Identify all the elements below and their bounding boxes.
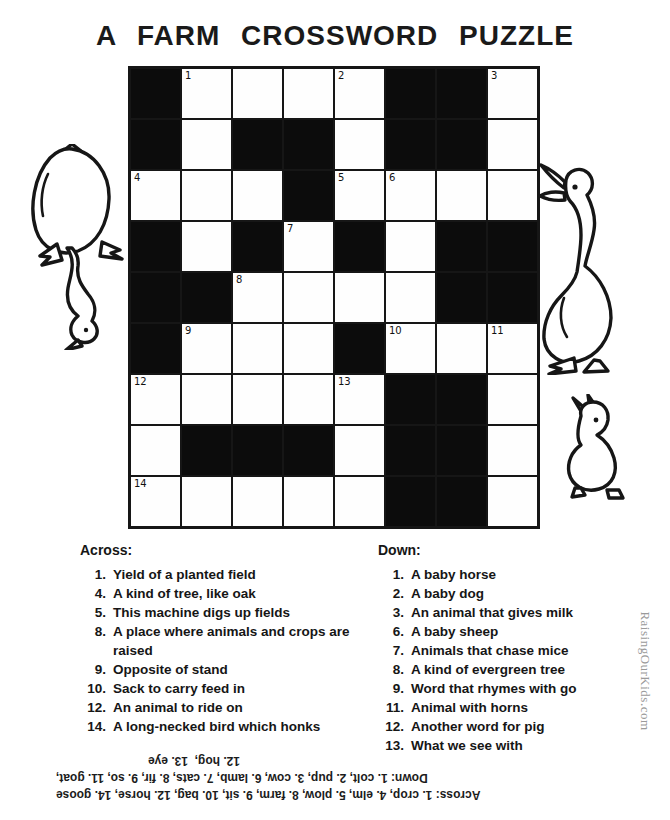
down-clue-item: 3.An animal that gives milk bbox=[378, 603, 666, 622]
block-cell bbox=[437, 273, 486, 322]
grid-cell[interactable] bbox=[182, 171, 231, 220]
clue-item-text: A kind of evergreen tree bbox=[411, 660, 565, 679]
clue-item-number: 6. bbox=[378, 622, 404, 641]
block-cell bbox=[233, 222, 282, 271]
clue-item-number: 8. bbox=[378, 660, 404, 679]
block-cell bbox=[437, 426, 486, 475]
grid-cell[interactable] bbox=[437, 324, 486, 373]
grid-cell[interactable]: 13 bbox=[335, 375, 384, 424]
grid-cell[interactable]: 10 bbox=[386, 324, 435, 373]
grid-cell[interactable] bbox=[182, 477, 231, 526]
clue-number: 12 bbox=[134, 376, 147, 388]
grid-cell[interactable] bbox=[233, 375, 282, 424]
grid-cell[interactable]: 3 bbox=[488, 69, 537, 118]
clue-number: 13 bbox=[338, 376, 351, 388]
clue-item-text: Animal with horns bbox=[411, 698, 528, 717]
grid-cell[interactable] bbox=[386, 273, 435, 322]
goose-honking-illustration bbox=[536, 160, 666, 375]
grid-cell[interactable] bbox=[284, 273, 333, 322]
clue-item-text: A kind of tree, like oak bbox=[113, 584, 256, 603]
clue-number: 8 bbox=[236, 274, 242, 286]
down-clue-item: 2.A baby dog bbox=[378, 584, 666, 603]
block-cell bbox=[437, 375, 486, 424]
clue-number: 5 bbox=[338, 172, 344, 184]
clue-item-text: A long-necked bird which honks bbox=[113, 717, 320, 736]
across-heading: Across: bbox=[80, 542, 380, 558]
clue-item-text: This machine digs up fields bbox=[113, 603, 290, 622]
clue-item-number: 10. bbox=[80, 679, 106, 698]
grid-cell[interactable] bbox=[284, 69, 333, 118]
across-clue-item: 1.Yield of a planted field bbox=[80, 565, 380, 584]
grid-cell[interactable] bbox=[233, 171, 282, 220]
across-clue-item: 5.This machine digs up fields bbox=[80, 603, 380, 622]
clue-item-number: 5. bbox=[80, 603, 106, 622]
clue-item-number: 14. bbox=[80, 717, 106, 736]
clue-item-text: Opposite of stand bbox=[113, 660, 228, 679]
answer-key-across-line: Across: 1. crop, 4. elm, 5. plow, 8. far… bbox=[56, 786, 612, 803]
grid-cell[interactable] bbox=[233, 324, 282, 373]
block-cell bbox=[386, 375, 435, 424]
grid-cell[interactable] bbox=[284, 324, 333, 373]
clue-item-number: 7. bbox=[378, 641, 404, 660]
down-clue-item: 9.Word that rhymes with go bbox=[378, 679, 666, 698]
clue-item-number: 11. bbox=[378, 698, 404, 717]
clue-number: 7 bbox=[287, 223, 293, 235]
block-cell bbox=[284, 120, 333, 169]
answer-key-down-line: Down: 1. colt, 2. pup, 3. cow, 6. lamb, … bbox=[56, 769, 612, 786]
grid-cell[interactable] bbox=[335, 477, 384, 526]
grid-cell[interactable] bbox=[233, 477, 282, 526]
grid-cell[interactable]: 14 bbox=[131, 477, 180, 526]
clue-number: 14 bbox=[134, 478, 147, 490]
clue-item-number: 9. bbox=[378, 679, 404, 698]
clue-item-number: 12. bbox=[378, 717, 404, 736]
clue-item-number: 3. bbox=[378, 603, 404, 622]
grid-cell[interactable]: 5 bbox=[335, 171, 384, 220]
crossword-grid: 1234567891011121314 bbox=[128, 66, 540, 529]
down-clue-item: 6.A baby sheep bbox=[378, 622, 666, 641]
grid-cell[interactable] bbox=[437, 171, 486, 220]
grid-cell[interactable] bbox=[488, 477, 537, 526]
down-clue-item: 7.Animals that chase mice bbox=[378, 641, 666, 660]
block-cell bbox=[233, 426, 282, 475]
across-clue-item: 8.A place where animals and crops are ra… bbox=[80, 622, 380, 660]
clue-number: 9 bbox=[185, 325, 191, 337]
block-cell bbox=[335, 324, 384, 373]
grid-cell[interactable] bbox=[233, 69, 282, 118]
down-clue-list: 1.A baby horse2.A baby dog3.An animal th… bbox=[378, 565, 666, 755]
clue-item-number: 1. bbox=[378, 565, 404, 584]
across-clue-item: 14.A long-necked bird which honks bbox=[80, 717, 380, 736]
block-cell bbox=[131, 222, 180, 271]
block-cell bbox=[131, 324, 180, 373]
clue-item-number: 8. bbox=[80, 622, 106, 660]
block-cell bbox=[335, 222, 384, 271]
clue-item-text: A baby sheep bbox=[411, 622, 498, 641]
clue-number: 6 bbox=[389, 172, 395, 184]
grid-cell[interactable] bbox=[386, 222, 435, 271]
block-cell bbox=[284, 426, 333, 475]
block-cell bbox=[437, 477, 486, 526]
block-cell bbox=[131, 69, 180, 118]
clue-item-text: Word that rhymes with go bbox=[411, 679, 577, 698]
across-clue-item: 4.A kind of tree, like oak bbox=[80, 584, 380, 603]
grid-cell[interactable] bbox=[182, 222, 231, 271]
across-clue-item: 9.Opposite of stand bbox=[80, 660, 380, 679]
block-cell bbox=[386, 120, 435, 169]
down-clue-item: 11.Animal with horns bbox=[378, 698, 666, 717]
grid-cell[interactable]: 8 bbox=[233, 273, 282, 322]
block-cell bbox=[437, 222, 486, 271]
grid-cell[interactable]: 6 bbox=[386, 171, 435, 220]
grid-cell[interactable] bbox=[131, 426, 180, 475]
down-clue-item: 1.A baby horse bbox=[378, 565, 666, 584]
block-cell bbox=[488, 222, 537, 271]
across-section: Across: 1.Yield of a planted field4.A ki… bbox=[80, 542, 380, 736]
block-cell bbox=[488, 273, 537, 322]
grid-cell[interactable]: 12 bbox=[131, 375, 180, 424]
block-cell bbox=[437, 69, 486, 118]
down-heading: Down: bbox=[378, 542, 666, 558]
clue-item-text: An animal to ride on bbox=[113, 698, 243, 717]
clue-item-text: A baby dog bbox=[411, 584, 484, 603]
grid-cell[interactable]: 7 bbox=[284, 222, 333, 271]
grid-cell[interactable] bbox=[488, 120, 537, 169]
grid-cell[interactable] bbox=[335, 426, 384, 475]
clue-number: 4 bbox=[134, 172, 140, 184]
block-cell bbox=[437, 120, 486, 169]
block-cell bbox=[131, 273, 180, 322]
grid-cell[interactable] bbox=[488, 426, 537, 475]
clue-item-number: 12. bbox=[80, 698, 106, 717]
across-clue-item: 10.Sack to carry feed in bbox=[80, 679, 380, 698]
clue-item-text: Sack to carry feed in bbox=[113, 679, 245, 698]
block-cell bbox=[284, 171, 333, 220]
clue-item-text: Animals that chase mice bbox=[411, 641, 569, 660]
goose-grazing-illustration bbox=[12, 144, 132, 350]
page: A FARM CROSSWORD PUZZLE 1234567891011121… bbox=[0, 0, 670, 820]
page-title: A FARM CROSSWORD PUZZLE bbox=[0, 20, 670, 52]
clue-number: 3 bbox=[491, 70, 497, 82]
grid-cell[interactable] bbox=[488, 375, 537, 424]
block-cell bbox=[386, 477, 435, 526]
down-clue-item: 12.Another word for pig bbox=[378, 717, 666, 736]
clue-number: 11 bbox=[491, 325, 504, 337]
block-cell bbox=[386, 69, 435, 118]
clue-item-text: An animal that gives milk bbox=[411, 603, 573, 622]
grid-cell[interactable] bbox=[182, 120, 231, 169]
gosling-illustration bbox=[551, 394, 651, 500]
down-section: Down: 1.A baby horse2.A baby dog3.An ani… bbox=[378, 542, 666, 755]
clue-item-number: 1. bbox=[80, 565, 106, 584]
clue-item-text: Another word for pig bbox=[411, 717, 544, 736]
clue-number: 10 bbox=[389, 325, 402, 337]
grid-cell[interactable]: 2 bbox=[335, 69, 384, 118]
grid-cell[interactable]: 1 bbox=[182, 69, 231, 118]
across-clue-item: 12.An animal to ride on bbox=[80, 698, 380, 717]
clue-number: 1 bbox=[185, 70, 191, 82]
clue-item-number: 9. bbox=[80, 660, 106, 679]
clue-number: 2 bbox=[338, 70, 344, 82]
clue-item-text: A place where animals and crops are rais… bbox=[113, 622, 363, 660]
watermark: RaisingOurKids.com bbox=[637, 592, 653, 750]
block-cell bbox=[182, 426, 231, 475]
answer-key: Across: 1. crop, 4. elm, 5. plow, 8. far… bbox=[56, 752, 612, 803]
grid-cell[interactable] bbox=[335, 120, 384, 169]
grid-cell[interactable] bbox=[284, 477, 333, 526]
answer-key-down-line-2: 12. hog, 13. eye bbox=[56, 752, 612, 769]
block-cell bbox=[386, 426, 435, 475]
block-cell bbox=[182, 273, 231, 322]
grid-cell[interactable] bbox=[488, 171, 537, 220]
grid-cell[interactable]: 4 bbox=[131, 171, 180, 220]
clue-item-text: A baby horse bbox=[411, 565, 496, 584]
clue-item-text: Yield of a planted field bbox=[113, 565, 256, 584]
grid-cell[interactable] bbox=[284, 375, 333, 424]
down-clue-item: 8.A kind of evergreen tree bbox=[378, 660, 666, 679]
clue-item-number: 4. bbox=[80, 584, 106, 603]
grid-cell[interactable]: 11 bbox=[488, 324, 537, 373]
grid-cell[interactable] bbox=[335, 273, 384, 322]
across-clue-list: 1.Yield of a planted field4.A kind of tr… bbox=[80, 565, 380, 736]
grid-cell[interactable]: 9 bbox=[182, 324, 231, 373]
block-cell bbox=[233, 120, 282, 169]
clue-item-number: 2. bbox=[378, 584, 404, 603]
grid-cell[interactable] bbox=[182, 375, 231, 424]
block-cell bbox=[131, 120, 180, 169]
